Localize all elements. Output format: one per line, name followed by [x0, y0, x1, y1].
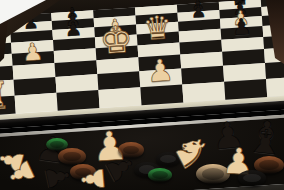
square-a1[interactable]: ♜: [0, 96, 16, 117]
board-and-tray-tilt: ♟♟♚♝♟♟♟♟♟♟♟♛♟♛♟♟♚♟♜: [0, 0, 284, 190]
square-d1[interactable]: [98, 87, 141, 108]
square-g1[interactable]: [224, 79, 267, 100]
piece-white-king-d4[interactable]: ♚: [98, 21, 134, 60]
square-c1[interactable]: [57, 90, 100, 111]
square-h2[interactable]: [265, 60, 284, 79]
piece-black-pawn-f7[interactable]: ♟: [190, 3, 206, 21]
square-e1[interactable]: [140, 85, 183, 106]
piece-white-pawn-b4[interactable]: ♟: [21, 40, 44, 65]
piece-white-pawn-e2[interactable]: ♟: [146, 55, 175, 87]
chess-set-photo: ♟♟♚♝♟♟♟♟♟♟♟♛♟♛♟♟♚♟♜ ♟♟♟♟♟♟♟♞♟♟♝: [0, 0, 284, 190]
square-b1[interactable]: [15, 93, 58, 114]
square-h1[interactable]: [266, 76, 284, 97]
piece-black-pawn-g5[interactable]: ♟: [231, 16, 252, 39]
piece-white-queen-e5[interactable]: ♛: [142, 11, 173, 45]
piece-black-pawn-c6[interactable]: ♟: [64, 19, 82, 39]
square-f1[interactable]: [182, 82, 225, 103]
